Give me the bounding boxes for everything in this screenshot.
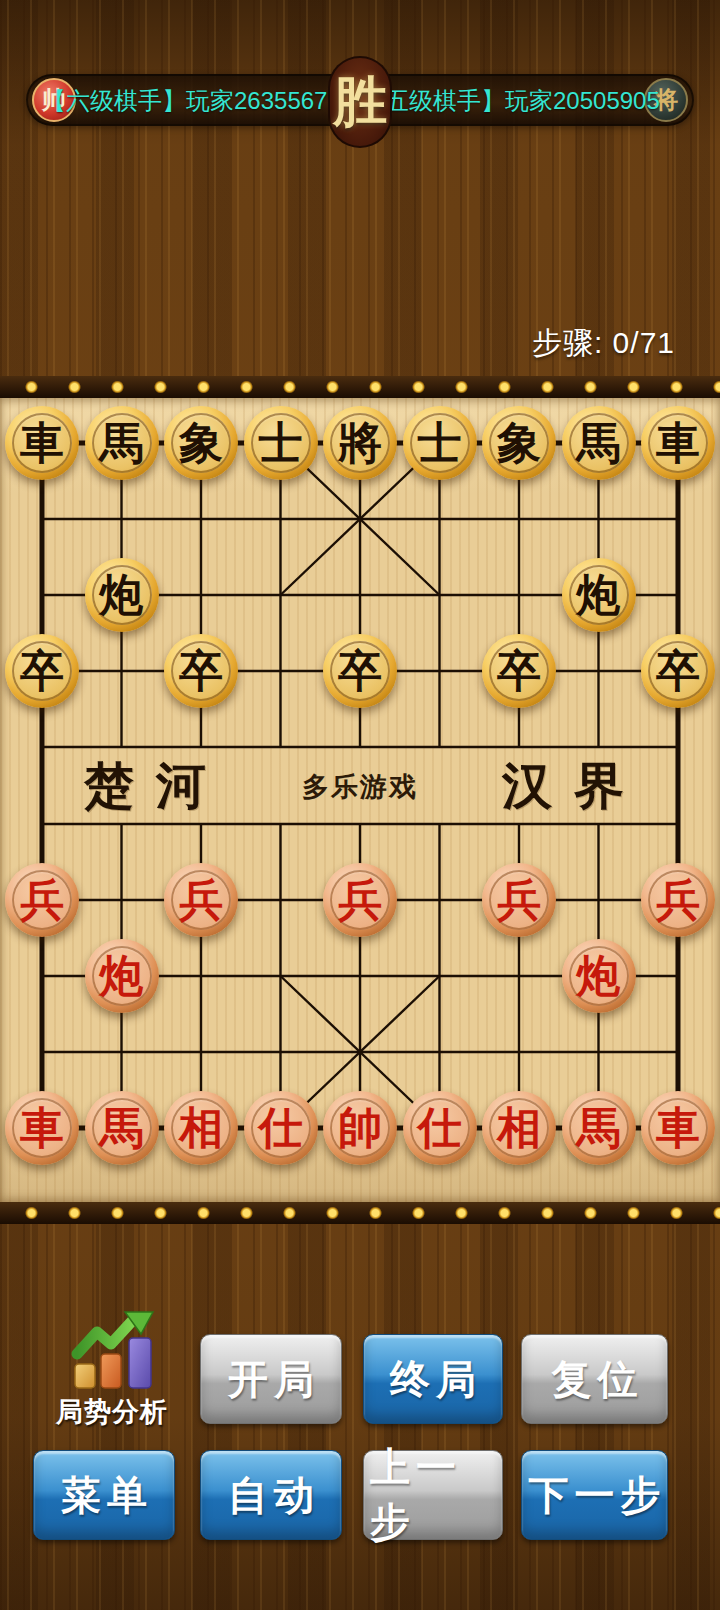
piece-black-卒[interactable]: 卒 xyxy=(323,634,397,708)
right-player-name: 五级棋手】玩家20505905 xyxy=(385,76,675,124)
piece-red-兵[interactable]: 兵 xyxy=(482,863,556,937)
player-bar: 帅 【六级棋手】玩家26355671 五级棋手】玩家20505905 将 胜 xyxy=(26,74,694,126)
piece-black-士[interactable]: 士 xyxy=(244,406,318,480)
piece-red-兵[interactable]: 兵 xyxy=(164,863,238,937)
situation-analysis-button[interactable]: 局势分析 xyxy=(56,1308,168,1424)
piece-black-車[interactable]: 車 xyxy=(5,406,79,480)
auto-button[interactable]: 自动 xyxy=(200,1450,342,1540)
xiangqi-board: 楚河 多乐游戏 汉界 車馬象士將士象馬車炮炮卒卒卒卒卒兵兵兵兵兵炮炮車馬相仕帥仕… xyxy=(0,376,720,1224)
piece-black-炮[interactable]: 炮 xyxy=(562,558,636,632)
endgame-button[interactable]: 终局 xyxy=(363,1334,503,1424)
piece-black-車[interactable]: 車 xyxy=(641,406,715,480)
board-top-stud-border xyxy=(0,376,720,398)
piece-black-卒[interactable]: 卒 xyxy=(482,634,556,708)
piece-red-馬[interactable]: 馬 xyxy=(562,1091,636,1165)
piece-red-車[interactable]: 車 xyxy=(5,1091,79,1165)
piece-black-象[interactable]: 象 xyxy=(482,406,556,480)
piece-red-兵[interactable]: 兵 xyxy=(5,863,79,937)
situation-analysis-label: 局势分析 xyxy=(46,1394,178,1430)
opening-button[interactable]: 开局 xyxy=(200,1334,342,1424)
next-step-button[interactable]: 下一步 xyxy=(521,1450,668,1540)
reset-button[interactable]: 复位 xyxy=(521,1334,668,1424)
piece-red-車[interactable]: 車 xyxy=(641,1091,715,1165)
piece-black-卒[interactable]: 卒 xyxy=(5,634,79,708)
left-player-name: 【六级棋手】玩家26355671 xyxy=(42,76,334,124)
menu-button[interactable]: 菜单 xyxy=(33,1450,175,1540)
piece-black-象[interactable]: 象 xyxy=(164,406,238,480)
piece-red-相[interactable]: 相 xyxy=(164,1091,238,1165)
piece-black-馬[interactable]: 馬 xyxy=(85,406,159,480)
board-surface[interactable]: 楚河 多乐游戏 汉界 車馬象士將士象馬車炮炮卒卒卒卒卒兵兵兵兵兵炮炮車馬相仕帥仕… xyxy=(0,398,720,1202)
result-badge: 胜 xyxy=(328,56,392,148)
piece-black-炮[interactable]: 炮 xyxy=(85,558,159,632)
piece-red-帥[interactable]: 帥 xyxy=(323,1091,397,1165)
piece-red-炮[interactable]: 炮 xyxy=(85,939,159,1013)
river-label-han-jie: 汉界 xyxy=(502,750,646,824)
piece-red-仕[interactable]: 仕 xyxy=(244,1091,318,1165)
app-screen: 帅 【六级棋手】玩家26355671 五级棋手】玩家20505905 将 胜 步… xyxy=(0,0,720,1610)
piece-red-兵[interactable]: 兵 xyxy=(641,863,715,937)
piece-black-馬[interactable]: 馬 xyxy=(562,406,636,480)
piece-black-卒[interactable]: 卒 xyxy=(641,634,715,708)
piece-red-馬[interactable]: 馬 xyxy=(85,1091,159,1165)
piece-black-卒[interactable]: 卒 xyxy=(164,634,238,708)
step-counter: 步骤: 0/71 xyxy=(532,323,675,364)
board-bottom-stud-border xyxy=(0,1202,720,1224)
piece-red-炮[interactable]: 炮 xyxy=(562,939,636,1013)
previous-step-button[interactable]: 上一步 xyxy=(363,1450,503,1540)
piece-red-仕[interactable]: 仕 xyxy=(403,1091,477,1165)
piece-red-相[interactable]: 相 xyxy=(482,1091,556,1165)
bar-chart-arrow-icon xyxy=(67,1308,163,1392)
piece-red-兵[interactable]: 兵 xyxy=(323,863,397,937)
piece-black-將[interactable]: 將 xyxy=(323,406,397,480)
piece-black-士[interactable]: 士 xyxy=(403,406,477,480)
